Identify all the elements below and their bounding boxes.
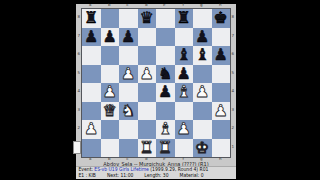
square-a1 xyxy=(82,139,101,158)
square-d1: ♜ xyxy=(138,139,157,158)
event-label: Event: xyxy=(79,167,93,172)
black-pawn: ♟ xyxy=(158,83,172,102)
square-h8: ♚ xyxy=(212,9,231,28)
square-e3 xyxy=(156,102,175,121)
square-c8 xyxy=(119,9,138,28)
square-g6: ♝ xyxy=(193,46,212,65)
rank-label-6: 6 xyxy=(232,50,235,58)
rank-label-5: 5 xyxy=(78,69,81,77)
square-g8 xyxy=(193,9,212,28)
rank-label-4: 4 xyxy=(232,87,235,95)
square-f6: ♝ xyxy=(175,46,194,65)
square-a6 xyxy=(82,46,101,65)
square-h7 xyxy=(212,28,231,47)
rank-label-2: 2 xyxy=(232,124,235,132)
rank-label-7: 7 xyxy=(232,32,235,40)
black-knight: ♞ xyxy=(158,65,172,84)
square-a4 xyxy=(82,83,101,102)
black-rook: ♜ xyxy=(177,9,191,28)
stat-players: E1 : KIB xyxy=(79,173,96,179)
square-b6 xyxy=(101,46,120,65)
rank-label-1: 1 xyxy=(232,143,235,151)
rank-label-8: 8 xyxy=(232,13,235,21)
square-d2 xyxy=(138,120,157,139)
square-c7: ♟ xyxy=(119,28,138,47)
file-label-c: c xyxy=(123,3,131,7)
stat-length: Length: 30 xyxy=(144,173,168,179)
white-queen: ♛ xyxy=(103,102,117,121)
rank-label-5: 5 xyxy=(232,69,235,77)
square-a8: ♜ xyxy=(82,9,101,28)
event-link-text: ES-vb U19 Girls Lifetime xyxy=(94,167,148,172)
white-king: ♚ xyxy=(195,139,209,158)
stats-line: E1 : KIB Next: 11:00 Length: 30 Material… xyxy=(79,173,237,179)
square-c5: ♟ xyxy=(119,65,138,84)
square-c6 xyxy=(119,46,138,65)
square-h4 xyxy=(212,83,231,102)
square-b4: ♟ xyxy=(101,83,120,102)
square-c3: ♞ xyxy=(119,102,138,121)
square-d3 xyxy=(138,102,157,121)
rank-label-8: 8 xyxy=(78,13,81,21)
square-b5 xyxy=(101,65,120,84)
square-e2: ♝ xyxy=(156,120,175,139)
square-h6: ♟ xyxy=(212,46,231,65)
square-e1: ♜ xyxy=(156,139,175,158)
square-f1 xyxy=(175,139,194,158)
video-frame: { "game": "chess", "position": { "fen": … xyxy=(0,0,320,180)
square-d6 xyxy=(138,46,157,65)
file-label-d: d xyxy=(142,3,150,7)
file-label-a: a xyxy=(86,3,94,7)
rank-label-6: 6 xyxy=(78,50,81,58)
white-rook: ♜ xyxy=(158,139,172,158)
square-d5: ♟ xyxy=(138,65,157,84)
square-e8 xyxy=(156,9,175,28)
square-b1 xyxy=(101,139,120,158)
square-c4 xyxy=(119,83,138,102)
diagram-panel: abcdefgh 87654321 ♜♛♜♚♟♟♟♟♝♝♟♟♟♞♟♟♟♝♟♛♞♟… xyxy=(76,4,236,174)
white-bishop: ♝ xyxy=(158,120,172,139)
square-a3 xyxy=(82,102,101,121)
square-b2 xyxy=(101,120,120,139)
square-g2 xyxy=(193,120,212,139)
square-g3 xyxy=(193,102,212,121)
white-knight: ♞ xyxy=(121,102,135,121)
rank-label-3: 3 xyxy=(232,106,235,114)
black-pawn: ♟ xyxy=(214,46,228,65)
square-h2 xyxy=(212,120,231,139)
file-label-e: e xyxy=(160,3,168,7)
black-pawn: ♟ xyxy=(121,28,135,47)
square-e4: ♟ xyxy=(156,83,175,102)
right-letterbox xyxy=(236,0,320,180)
rank-label-7: 7 xyxy=(78,32,81,40)
square-a7: ♟ xyxy=(82,28,101,47)
square-g7: ♟ xyxy=(193,28,212,47)
white-pawn: ♟ xyxy=(121,65,135,84)
stat-next: Next: 11:00 xyxy=(107,173,133,179)
file-label-h: h xyxy=(216,3,224,7)
square-c2 xyxy=(119,120,138,139)
square-c1 xyxy=(119,139,138,158)
left-letterbox xyxy=(0,0,76,180)
square-f2: ♟ xyxy=(175,120,194,139)
rank-label-3: 3 xyxy=(78,106,81,114)
square-g4: ♟ xyxy=(193,83,212,102)
square-d4 xyxy=(138,83,157,102)
white-pawn: ♟ xyxy=(195,83,209,102)
white-pawn: ♟ xyxy=(214,102,228,121)
square-b7: ♟ xyxy=(101,28,120,47)
rank-labels-right: 87654321 xyxy=(230,8,235,156)
square-e5: ♞ xyxy=(156,65,175,84)
file-label-g: g xyxy=(197,3,205,7)
info-bar: Event: ES-vb U19 Girls Lifetime (1999.9.… xyxy=(76,166,236,179)
square-b3: ♛ xyxy=(101,102,120,121)
black-queen: ♛ xyxy=(140,9,154,28)
square-g5 xyxy=(193,65,212,84)
square-h3: ♟ xyxy=(212,102,231,121)
square-e7 xyxy=(156,28,175,47)
square-f5: ♟ xyxy=(175,65,194,84)
square-e6 xyxy=(156,46,175,65)
square-a2: ♟ xyxy=(82,120,101,139)
black-pawn: ♟ xyxy=(195,28,209,47)
chess-board: ♜♛♜♚♟♟♟♟♝♝♟♟♟♞♟♟♟♝♟♛♞♟♟♝♟♜♜♚ xyxy=(81,8,231,158)
square-f8: ♜ xyxy=(175,9,194,28)
white-pawn: ♟ xyxy=(103,83,117,102)
square-d7 xyxy=(138,28,157,47)
square-f7 xyxy=(175,28,194,47)
white-rook: ♜ xyxy=(140,139,154,158)
square-h5 xyxy=(212,65,231,84)
event-detail: (1999.9.29, Round 4) R01 xyxy=(150,167,208,172)
black-bishop: ♝ xyxy=(195,46,209,65)
file-label-f: f xyxy=(179,3,187,7)
square-b8 xyxy=(101,9,120,28)
square-d8: ♛ xyxy=(138,9,157,28)
black-pawn: ♟ xyxy=(84,28,98,47)
overlay-white-box xyxy=(73,141,81,154)
black-king: ♚ xyxy=(214,9,228,28)
rank-label-2: 2 xyxy=(78,124,81,132)
rank-label-4: 4 xyxy=(78,87,81,95)
black-bishop: ♝ xyxy=(177,46,191,65)
file-label-b: b xyxy=(105,3,113,7)
white-pawn: ♟ xyxy=(177,120,191,139)
black-pawn: ♟ xyxy=(177,65,191,84)
white-pawn: ♟ xyxy=(84,120,98,139)
stat-material: Material: 0 xyxy=(180,173,204,179)
black-rook: ♜ xyxy=(84,9,98,28)
square-f3 xyxy=(175,102,194,121)
square-f4: ♝ xyxy=(175,83,194,102)
square-g1: ♚ xyxy=(193,139,212,158)
white-bishop: ♝ xyxy=(177,83,191,102)
square-a5 xyxy=(82,65,101,84)
black-pawn: ♟ xyxy=(103,28,117,47)
white-pawn: ♟ xyxy=(140,65,154,84)
square-h1 xyxy=(212,139,231,158)
